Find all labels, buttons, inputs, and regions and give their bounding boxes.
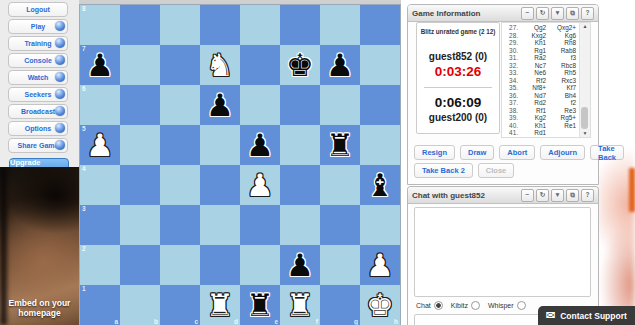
left-ad-image[interactable]: Embed on your homepage (0, 167, 79, 325)
move-white: Kh1 (518, 122, 546, 129)
rank-label: 6 (82, 85, 86, 92)
piece-black-pawn-a7[interactable]: ♟ (80, 45, 120, 85)
piece-black-king-f7[interactable]: ♚ (280, 45, 320, 85)
square-a2[interactable]: 2 (80, 245, 120, 285)
sphere-icon (55, 55, 65, 65)
piece-white-knight-d7[interactable]: ♞ (200, 45, 240, 85)
player2-clock: 0:06:09 (417, 95, 499, 110)
file-label: a (114, 318, 118, 325)
square-f6[interactable] (280, 85, 320, 125)
window-controls: −↻▼⧉? (521, 189, 594, 202)
sidebar-item-share-game[interactable]: Share Game (8, 138, 68, 153)
square-f2[interactable]: ♟ (280, 245, 320, 285)
piece-black-pawn-d6[interactable]: ♟ (200, 85, 240, 125)
chat-mode-radios: ChatKibitzWhisper (416, 301, 534, 310)
sidebar-item-broadcast[interactable]: Broadcast (8, 104, 68, 119)
move-number: 39. (502, 114, 518, 121)
sidebar-item-label: Options (25, 125, 51, 132)
square-d1[interactable]: d♜ (200, 285, 240, 325)
action-buttons-row-1: ResignDrawAbortAdjournTake Back (414, 145, 624, 160)
piece-black-rook-g5[interactable]: ♜ (320, 125, 360, 165)
sidebar-item-label: Share Game (18, 142, 59, 149)
square-h7[interactable] (360, 45, 400, 85)
radio-chat[interactable] (434, 301, 443, 310)
window-help-icon[interactable]: ? (581, 7, 594, 20)
move-number: 40. (502, 122, 518, 129)
scroll-up-icon[interactable]: ▲ (580, 23, 590, 30)
square-a5[interactable]: 5♟ (80, 125, 120, 165)
square-f1[interactable]: f♜ (280, 285, 320, 325)
move-row: 38.Rf1Re3 (502, 107, 580, 115)
square-h1[interactable]: h♚ (360, 285, 400, 325)
move-list: 27.Qg2Qxg2+28.Kxg2Kg629.Kh1Rh830.Rg1Rab8… (501, 22, 591, 138)
sphere-icon (55, 72, 65, 82)
square-c3[interactable] (160, 205, 200, 245)
move-row: 27.Qg2Qxg2+ (502, 24, 580, 32)
contact-support-button[interactable]: ✉ Contact Support (538, 306, 635, 325)
window-collapse-icon[interactable]: ▼ (551, 7, 564, 20)
square-a3[interactable]: 3 (80, 205, 120, 245)
move-white: Kxg2 (518, 32, 546, 39)
move-row: 28.Kxg2Kg6 (502, 32, 580, 40)
move-row: 33.Ne6Rh5 (502, 69, 580, 77)
radio-kibitz[interactable] (471, 301, 480, 310)
chat-panel: Chat with guest852 −↻▼⧉? ChatKibitzWhisp… (407, 186, 599, 325)
chat-header[interactable]: Chat with guest852 −↻▼⧉? (408, 187, 598, 204)
chess-board: 87♟♞♚♟6♟5♟♟♜4♟♝32♟♟1abcd♜e♜f♜gh♚ (80, 5, 400, 325)
player2-name: guest200 (0) (417, 112, 499, 123)
radio-whisper[interactable] (517, 301, 526, 310)
sidebar-item-training[interactable]: Training (8, 36, 68, 51)
sidebar-item-seekers[interactable]: Seekers (8, 87, 68, 102)
window-popout-icon[interactable]: ⧉ (566, 7, 579, 20)
piece-black-pawn-g7[interactable]: ♟ (320, 45, 360, 85)
player1-name: guest852 (0) (417, 51, 499, 62)
square-f5[interactable] (280, 125, 320, 165)
chat-log[interactable] (414, 207, 591, 297)
scroll-thumb[interactable] (581, 107, 588, 129)
square-c5[interactable] (160, 125, 200, 165)
move-black: Rg5+ (546, 114, 576, 121)
window-help-icon[interactable]: ? (581, 189, 594, 202)
square-h8[interactable] (360, 5, 400, 45)
move-white: Rd2 (518, 99, 546, 106)
rank-label: 1 (82, 285, 86, 292)
move-black: Rab8 (546, 47, 576, 54)
square-h6[interactable] (360, 85, 400, 125)
piece-white-king-h1[interactable]: ♚ (360, 285, 400, 325)
square-b8[interactable] (120, 5, 160, 45)
square-b6[interactable] (120, 85, 160, 125)
move-number: 36. (502, 92, 518, 99)
square-g2[interactable] (320, 245, 360, 285)
piece-black-bishop-h4[interactable]: ♝ (360, 165, 400, 205)
move-white: Rg1 (518, 47, 546, 54)
move-black: Bh4 (546, 92, 576, 99)
resign-button[interactable]: Resign (414, 145, 455, 160)
square-g5[interactable]: ♜ (320, 125, 360, 165)
radio-label-kibitz: Kibitz (451, 302, 468, 309)
sidebar-item-label: Watch (28, 74, 49, 81)
square-a8[interactable]: 8 (80, 5, 120, 45)
square-b7[interactable] (120, 45, 160, 85)
window-minimize-icon[interactable]: − (521, 7, 534, 20)
square-d6[interactable]: ♟ (200, 85, 240, 125)
sidebar-item-label: Play (31, 23, 45, 30)
move-black: Kg6 (546, 32, 576, 39)
rank-label: 3 (82, 205, 86, 212)
move-number: 34. (502, 77, 518, 84)
square-a6[interactable]: 6 (80, 85, 120, 125)
square-e6[interactable] (240, 85, 280, 125)
sidebar-item-options[interactable]: Options (8, 121, 68, 136)
move-row: 32.Nc7Rbc8 (502, 62, 580, 70)
move-number: 29. (502, 39, 518, 46)
square-e3[interactable] (240, 205, 280, 245)
rank-label: 8 (82, 5, 86, 12)
square-d7[interactable]: ♞ (200, 45, 240, 85)
move-black: f3 (546, 54, 576, 61)
action-buttons-row-2: Take Back 2Close (414, 163, 514, 178)
square-a7[interactable]: 7♟ (80, 45, 120, 85)
game-type-label: Blitz unrated game (2 12) (417, 28, 499, 35)
sidebar-item-play[interactable]: Play (8, 19, 68, 34)
sidebar-item-label: Console (24, 57, 52, 64)
move-number: 41. (502, 129, 518, 136)
right-ad-accent (629, 168, 635, 212)
square-h4[interactable]: ♝ (360, 165, 400, 205)
sidebar-item-label: Training (24, 40, 51, 47)
square-a4[interactable]: 4 (80, 165, 120, 205)
square-d2[interactable] (200, 245, 240, 285)
square-h2[interactable]: ♟ (360, 245, 400, 285)
square-b4[interactable] (120, 165, 160, 205)
move-black: Re3 (546, 107, 576, 114)
sphere-icon (55, 106, 65, 116)
square-b5[interactable] (120, 125, 160, 165)
square-d8[interactable] (200, 5, 240, 45)
move-row: 35.Nf8+Kf7 (502, 84, 580, 92)
square-g6[interactable] (320, 85, 360, 125)
square-e4[interactable]: ♟ (240, 165, 280, 205)
move-row: 29.Kh1Rh8 (502, 39, 580, 47)
take-back-button[interactable]: Take Back (590, 145, 624, 160)
square-g3[interactable] (320, 205, 360, 245)
radio-label-whisper: Whisper (488, 302, 514, 309)
sidebar-item-watch[interactable]: Watch (8, 70, 68, 85)
move-number: 28. (502, 32, 518, 39)
move-number: 37. (502, 99, 518, 106)
square-c7[interactable] (160, 45, 200, 85)
move-black: Re1 (546, 122, 576, 129)
piece-white-rook-f1[interactable]: ♜ (280, 285, 320, 325)
move-number: 27. (502, 24, 518, 31)
move-number: 38. (502, 107, 518, 114)
move-white: Kg2 (518, 114, 546, 121)
move-list-scrollbar[interactable]: ▲ ▼ (579, 23, 590, 137)
piece-white-rook-d1[interactable]: ♜ (200, 285, 240, 325)
move-black: f2 (546, 99, 576, 106)
square-e5[interactable]: ♟ (240, 125, 280, 165)
square-d4[interactable] (200, 165, 240, 205)
scroll-down-icon[interactable]: ▼ (580, 130, 590, 137)
square-a1[interactable]: 1a (80, 285, 120, 325)
sidebar-item-console[interactable]: Console (8, 53, 68, 68)
square-c4[interactable] (160, 165, 200, 205)
file-label: g (354, 318, 358, 325)
move-white: Qg2 (518, 24, 546, 31)
envelope-icon: ✉ (546, 310, 555, 321)
move-black: Rbc8 (546, 62, 576, 69)
sidebar-item-logout[interactable]: Logout (8, 2, 68, 17)
sidebar-item-label: Seekers (25, 91, 52, 98)
player1-clock: 0:03:26 (417, 64, 499, 79)
square-g7[interactable]: ♟ (320, 45, 360, 85)
sphere-icon (55, 89, 65, 99)
piece-black-pawn-f2[interactable]: ♟ (280, 245, 320, 285)
square-g1[interactable]: g (320, 285, 360, 325)
move-number: 30. (502, 47, 518, 54)
move-black: Rh8 (546, 39, 576, 46)
square-e7[interactable] (240, 45, 280, 85)
move-white: Nf8+ (518, 84, 546, 91)
move-number: 31. (502, 54, 518, 61)
move-white: Kh1 (518, 39, 546, 46)
piece-white-pawn-h2[interactable]: ♟ (360, 245, 400, 285)
square-c1[interactable]: c (160, 285, 200, 325)
sphere-icon (55, 21, 65, 31)
move-row: 39.Kg2Rg5+ (502, 114, 580, 122)
square-h5[interactable] (360, 125, 400, 165)
piece-white-pawn-a5[interactable]: ♟ (80, 125, 120, 165)
chat-title: Chat with guest852 (412, 191, 485, 200)
move-white: Rd1 (518, 129, 546, 136)
window-minimize-icon[interactable]: − (521, 189, 534, 202)
square-g8[interactable] (320, 5, 360, 45)
file-label: b (154, 318, 158, 325)
move-black: Rxc3 (546, 77, 576, 84)
square-d5[interactable] (200, 125, 240, 165)
window-refresh-icon[interactable]: ↻ (536, 7, 549, 20)
square-f4[interactable] (280, 165, 320, 205)
sidebar-item-label: Logout (26, 6, 50, 13)
adjourn-button[interactable]: Adjourn (540, 145, 585, 160)
window-refresh-icon[interactable]: ↻ (536, 189, 549, 202)
game-info-panel: Game Information −↻▼⧉? Blitz unrated gam… (407, 4, 599, 185)
move-number: 33. (502, 69, 518, 76)
square-e8[interactable] (240, 5, 280, 45)
square-f7[interactable]: ♚ (280, 45, 320, 85)
square-e2[interactable] (240, 245, 280, 285)
abort-button[interactable]: Abort (499, 145, 535, 160)
move-row: 30.Rg1Rab8 (502, 47, 580, 55)
sidebar-menu: LogoutPlayTrainingConsoleWatchSeekersBro… (0, 0, 79, 153)
sphere-icon (55, 123, 65, 133)
close-button[interactable]: Close (478, 163, 514, 178)
contact-support-label: Contact Support (560, 311, 627, 321)
square-d3[interactable] (200, 205, 240, 245)
game-info-header[interactable]: Game Information −↻▼⧉? (408, 5, 598, 22)
clock-divider (424, 87, 492, 88)
move-row: 37.Rd2f2 (502, 99, 580, 107)
draw-button[interactable]: Draw (460, 145, 494, 160)
square-c2[interactable] (160, 245, 200, 285)
game-info-title: Game Information (412, 9, 480, 18)
move-white: Ne6 (518, 69, 546, 76)
square-f3[interactable] (280, 205, 320, 245)
move-number: 32. (502, 62, 518, 69)
square-f8[interactable] (280, 5, 320, 45)
move-row: 31.Ra2f3 (502, 54, 580, 62)
take-back-2-button[interactable]: Take Back 2 (414, 163, 473, 178)
square-c6[interactable] (160, 85, 200, 125)
square-h3[interactable] (360, 205, 400, 245)
sphere-icon (55, 140, 65, 150)
move-black: Qxg2+ (546, 24, 576, 31)
move-white: Nd7 (518, 92, 546, 99)
radio-label-chat: Chat (416, 302, 431, 309)
sphere-icon (55, 38, 65, 48)
clock-box: Blitz unrated game (2 12) guest852 (0) 0… (416, 22, 500, 134)
square-c8[interactable] (160, 5, 200, 45)
move-white: Rf2 (518, 77, 546, 84)
square-e1[interactable]: e♜ (240, 285, 280, 325)
move-black: Rh5 (546, 69, 576, 76)
move-number: 35. (502, 84, 518, 91)
piece-black-pawn-e5[interactable]: ♟ (240, 125, 280, 165)
piece-white-pawn-e4[interactable]: ♟ (240, 165, 280, 205)
square-b1[interactable]: b (120, 285, 160, 325)
move-white: Nc7 (518, 62, 546, 69)
window-controls: −↻▼⧉? (521, 7, 594, 20)
square-b2[interactable] (120, 245, 160, 285)
piece-black-rook-e1[interactable]: ♜ (240, 285, 280, 325)
move-rows: 27.Qg2Qxg2+28.Kxg2Kg629.Kh1Rh830.Rg1Rab8… (502, 24, 580, 137)
sidebar: LogoutPlayTrainingConsoleWatchSeekersBro… (0, 0, 79, 325)
move-row: 34.Rf2Rxc3 (502, 77, 580, 85)
file-label: c (194, 318, 198, 325)
move-row: 40.Kh1Re1 (502, 122, 580, 130)
move-black: Kf7 (546, 84, 576, 91)
sidebar-item-label: Broadcast (21, 108, 55, 115)
move-row: 41.Rd1 (502, 129, 580, 137)
window-collapse-icon[interactable]: ▼ (551, 189, 564, 202)
rank-label: 2 (82, 245, 86, 252)
rank-label: 4 (82, 165, 86, 172)
square-b3[interactable] (120, 205, 160, 245)
move-white: Ra2 (518, 54, 546, 61)
embed-homepage-link[interactable]: Embed on your homepage (0, 298, 79, 318)
move-row: 36.Nd7Bh4 (502, 92, 580, 100)
move-white: Rf1 (518, 107, 546, 114)
square-g4[interactable] (320, 165, 360, 205)
window-popout-icon[interactable]: ⧉ (566, 189, 579, 202)
